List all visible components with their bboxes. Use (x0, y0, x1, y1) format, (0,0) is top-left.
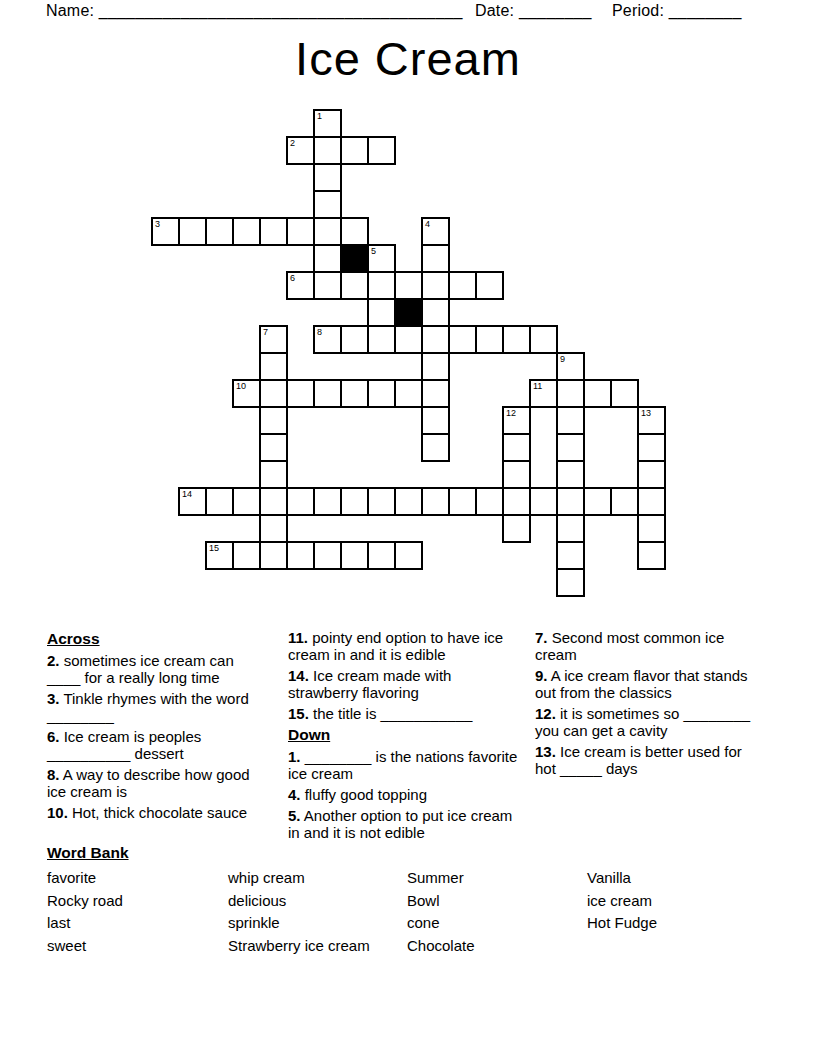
crossword-cell[interactable] (313, 244, 342, 273)
word-bank-entry: Rocky road (47, 890, 123, 913)
worksheet-page: Name: __________________________________… (0, 0, 816, 1056)
crossword-cell[interactable] (502, 487, 531, 516)
clue-number-label: 9. (535, 667, 548, 684)
clue-number-label: 13. (535, 743, 556, 760)
crossword-cell[interactable] (205, 487, 234, 516)
crossword-cell[interactable] (259, 487, 288, 516)
crossword-cell[interactable] (340, 379, 369, 408)
crossword-cell[interactable] (421, 244, 450, 273)
crossword-cell[interactable] (556, 406, 585, 435)
crossword-cell[interactable] (502, 433, 531, 462)
clue-across-15: 15. the title is ___________ (288, 705, 521, 722)
clue-number: 12 (503, 407, 516, 418)
crossword-blocked-cell (340, 244, 369, 273)
clue-down-1: 1. ________ is the nations favorite ice … (288, 748, 521, 782)
crossword-cell[interactable] (340, 271, 369, 300)
crossword-cell[interactable] (259, 217, 288, 246)
clue-number-label: 15. (288, 705, 309, 722)
crossword-cell[interactable] (313, 163, 342, 192)
clues-column-down: 7. Second most common ice cream9. A ice … (535, 629, 758, 781)
crossword-cell[interactable] (367, 136, 396, 165)
crossword-cell[interactable] (502, 514, 531, 543)
crossword-cell[interactable] (313, 487, 342, 516)
word-bank-entry: last (47, 912, 123, 935)
word-bank-entry: Strawberry ice cream (228, 935, 370, 958)
clue-number: 11 (530, 380, 542, 391)
word-bank-entry: Vanilla (587, 867, 657, 890)
word-bank-column-2: whip creamdelicioussprinkleStrawberry ic… (228, 867, 370, 957)
crossword-cell[interactable] (421, 352, 450, 381)
crossword-cell[interactable] (583, 487, 612, 516)
crossword-cell[interactable] (610, 487, 639, 516)
crossword-cell[interactable] (259, 352, 288, 381)
clue-number: 3 (152, 218, 160, 229)
clue-number: 9 (557, 353, 565, 364)
crossword-cell[interactable] (313, 541, 342, 570)
across-header: Across (47, 630, 259, 647)
crossword-cell[interactable] (367, 541, 396, 570)
crossword-cell[interactable] (259, 460, 288, 489)
clue-number-label: 5. (288, 807, 301, 824)
clue-across-3: 3. Tinkle rhymes with the word ________ (47, 690, 259, 724)
crossword-cell[interactable] (286, 541, 315, 570)
crossword-cell[interactable] (556, 433, 585, 462)
crossword-cell[interactable] (448, 487, 477, 516)
crossword-cell[interactable] (529, 487, 558, 516)
crossword-cell[interactable] (340, 541, 369, 570)
crossword-cell[interactable] (367, 271, 396, 300)
crossword-cell[interactable] (502, 325, 531, 354)
clue-across-14: 14. Ice cream made with strawberry flavo… (288, 667, 521, 701)
period-field: Period: ________ (612, 2, 742, 20)
clues-column-across: Across2. sometimes ice cream can ____ fo… (47, 629, 259, 825)
crossword-cell[interactable] (637, 460, 666, 489)
clue-number: 2 (287, 137, 295, 148)
clue-across-8: 8. A way to describe how good ice cream … (47, 766, 259, 800)
word-bank-entry: sweet (47, 935, 123, 958)
clue-number: 13 (638, 407, 651, 418)
word-bank-entry: Bowl (407, 890, 475, 913)
crossword-cell[interactable] (421, 271, 450, 300)
clue-number: 15 (206, 542, 219, 553)
crossword-cell[interactable] (259, 541, 288, 570)
clue-number: 6 (287, 272, 295, 283)
clue-down-5: 5. Another option to put ice cream in an… (288, 807, 521, 841)
crossword-cell[interactable] (340, 217, 369, 246)
crossword-cell[interactable] (421, 325, 450, 354)
clue-number: 10 (233, 380, 246, 391)
crossword-cell[interactable] (475, 271, 504, 300)
period-blank-line[interactable]: ________ (669, 2, 742, 19)
crossword-cell[interactable] (313, 271, 342, 300)
crossword-cell[interactable] (421, 379, 450, 408)
clue-across-6: 6. Ice cream is peoples __________ desse… (47, 728, 259, 762)
crossword-cell[interactable] (610, 379, 639, 408)
crossword-cell[interactable] (232, 541, 261, 570)
crossword-cell[interactable] (313, 379, 342, 408)
down-header: Down (288, 726, 521, 743)
crossword-cell[interactable] (556, 514, 585, 543)
crossword-cell[interactable] (394, 325, 423, 354)
crossword-cell[interactable] (313, 190, 342, 219)
period-label: Period: (612, 2, 664, 19)
crossword-cell[interactable] (394, 379, 423, 408)
clue-number: 7 (260, 326, 268, 337)
crossword-cell[interactable] (259, 379, 288, 408)
crossword-cell[interactable] (232, 217, 261, 246)
crossword-blocked-cell (394, 298, 423, 327)
clues-column-middle: 11. pointy end option to have ice cream … (288, 629, 521, 845)
word-bank-column-3: SummerBowlconeChocolate (407, 867, 475, 957)
clue-number: 8 (314, 326, 322, 337)
word-bank-column-1: favoriteRocky roadlastsweet (47, 867, 123, 957)
crossword-cell[interactable] (367, 298, 396, 327)
crossword-cell[interactable] (232, 487, 261, 516)
crossword-cell[interactable] (286, 487, 315, 516)
clue-number-label: 8. (47, 766, 60, 783)
clue-number: 5 (368, 245, 376, 256)
clue-number: 4 (422, 218, 430, 229)
clue-across-11: 11. pointy end option to have ice cream … (288, 629, 521, 663)
crossword-cell[interactable] (340, 487, 369, 516)
clue-down-12: 12. it is sometimes so ________ you can … (535, 705, 758, 739)
crossword-cell[interactable] (313, 217, 342, 246)
clue-number-label: 12. (535, 705, 556, 722)
crossword-cell[interactable] (556, 487, 585, 516)
crossword-cell[interactable] (259, 433, 288, 462)
crossword-cell[interactable] (421, 487, 450, 516)
crossword-cell[interactable] (583, 379, 612, 408)
clue-down-9: 9. A ice cream flavor that stands out fr… (535, 667, 758, 701)
clue-number-label: 3. (47, 690, 60, 707)
clue-number-label: 10. (47, 804, 68, 821)
crossword-cell[interactable] (637, 514, 666, 543)
crossword-cell[interactable] (178, 217, 207, 246)
date-field: Date: ________ (475, 2, 592, 20)
crossword-cell[interactable] (367, 325, 396, 354)
name-label: Name: (46, 2, 94, 19)
crossword-cell[interactable] (394, 487, 423, 516)
clue-down-4: 4. fluffy good topping (288, 786, 521, 803)
crossword-cell[interactable] (556, 379, 585, 408)
crossword-cell[interactable] (286, 217, 315, 246)
crossword-cell[interactable] (529, 325, 558, 354)
clue-number-label: 4. (288, 786, 301, 803)
word-bank-header: Word Bank (47, 844, 129, 862)
crossword-cell[interactable] (421, 433, 450, 462)
clue-number-label: 14. (288, 667, 309, 684)
crossword-cell[interactable] (367, 487, 396, 516)
crossword-cell[interactable] (637, 487, 666, 516)
crossword-cell[interactable] (502, 460, 531, 489)
crossword-cell[interactable] (448, 325, 477, 354)
crossword-cell[interactable] (259, 514, 288, 543)
crossword-cell[interactable] (394, 541, 423, 570)
crossword-cell[interactable] (421, 406, 450, 435)
word-bank-entry: favorite (47, 867, 123, 890)
word-bank-entry: Hot Fudge (587, 912, 657, 935)
crossword-cell[interactable] (556, 568, 585, 597)
crossword-cell[interactable] (448, 271, 477, 300)
clue-across-2: 2. sometimes ice cream can ____ for a re… (47, 652, 259, 686)
crossword-cell[interactable] (475, 487, 504, 516)
clue-number: 14 (179, 488, 192, 499)
word-bank-entry: Chocolate (407, 935, 475, 958)
crossword-grid: 123456789101112131415 (152, 110, 665, 596)
clue-number-label: 6. (47, 728, 60, 745)
crossword-cell[interactable] (286, 379, 315, 408)
name-field: Name: __________________________________… (46, 2, 463, 20)
word-bank-entry: ice cream (587, 890, 657, 913)
word-bank-entry: sprinkle (228, 912, 370, 935)
crossword-cell[interactable] (313, 136, 342, 165)
clue-number-label: 11. (288, 629, 308, 646)
crossword-cell[interactable] (259, 406, 288, 435)
crossword-cell[interactable] (340, 325, 369, 354)
clue-down-13: 13. Ice cream is better used for hot ___… (535, 743, 758, 777)
crossword-cell[interactable] (637, 433, 666, 462)
crossword-cell[interactable] (421, 298, 450, 327)
date-blank-line[interactable]: ________ (519, 2, 592, 19)
word-bank-entry: cone (407, 912, 475, 935)
crossword-cell[interactable] (556, 541, 585, 570)
word-bank-column-4: Vanillaice creamHot Fudge (587, 867, 657, 935)
word-bank-entry: delicious (228, 890, 370, 913)
word-bank-entry: Summer (407, 867, 475, 890)
page-title: Ice Cream (0, 31, 816, 86)
crossword-cell[interactable] (367, 379, 396, 408)
clue-number-label: 7. (535, 629, 548, 646)
crossword-cell[interactable] (556, 460, 585, 489)
crossword-cell[interactable] (340, 136, 369, 165)
crossword-cell[interactable] (475, 325, 504, 354)
date-label: Date: (475, 2, 514, 19)
crossword-cell[interactable] (394, 271, 423, 300)
clue-down-7: 7. Second most common ice cream (535, 629, 758, 663)
crossword-cell[interactable] (637, 541, 666, 570)
clue-number-label: 1. (288, 748, 301, 765)
clue-number: 1 (314, 110, 322, 121)
clue-number-label: 2. (47, 652, 60, 669)
word-bank-entry: whip cream (228, 867, 370, 890)
crossword-cell[interactable] (205, 217, 234, 246)
name-blank-line[interactable]: ________________________________________ (99, 2, 463, 19)
clue-across-10: 10. Hot, thick chocolate sauce (47, 804, 259, 821)
